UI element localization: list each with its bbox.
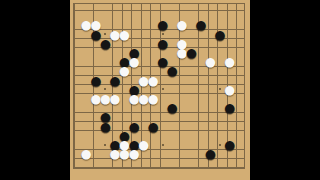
- board-cell[interactable]: [177, 57, 187, 66]
- board-cell[interactable]: [244, 76, 250, 85]
- board-cell[interactable]: ●: [129, 48, 139, 57]
- board-cell[interactable]: [206, 131, 216, 140]
- board-cell[interactable]: [187, 57, 197, 66]
- board-cell[interactable]: [120, 158, 130, 167]
- board-cell[interactable]: ●: [91, 20, 101, 29]
- board-cell[interactable]: [206, 20, 216, 29]
- board-cell[interactable]: [158, 11, 168, 20]
- board-cell[interactable]: ●: [129, 122, 139, 131]
- board-cell[interactable]: [234, 20, 244, 29]
- board-cell[interactable]: [187, 94, 197, 103]
- board-cell[interactable]: [148, 112, 158, 121]
- board-cell[interactable]: [234, 57, 244, 66]
- board-cell[interactable]: ●: [206, 149, 216, 158]
- board-cell[interactable]: [91, 66, 101, 75]
- board-cell[interactable]: [234, 158, 244, 167]
- board-cell[interactable]: [206, 122, 216, 131]
- board-cell[interactable]: [215, 149, 225, 158]
- board-cell[interactable]: ●: [225, 85, 235, 94]
- board-cell[interactable]: [72, 66, 82, 75]
- board-cell[interactable]: [101, 76, 111, 85]
- board-cell[interactable]: [110, 48, 120, 57]
- board-cell[interactable]: [148, 2, 158, 11]
- board-cell[interactable]: [72, 57, 82, 66]
- board-cell[interactable]: [234, 122, 244, 131]
- board-cell[interactable]: [168, 2, 178, 11]
- board-cell[interactable]: [82, 131, 92, 140]
- board-cell[interactable]: ●: [110, 94, 120, 103]
- board-cell[interactable]: [72, 94, 82, 103]
- board-cell[interactable]: [91, 57, 101, 66]
- board-cell[interactable]: [168, 11, 178, 20]
- board-cell[interactable]: [177, 112, 187, 121]
- board-cell[interactable]: [206, 39, 216, 48]
- board-cell[interactable]: [120, 48, 130, 57]
- board-cell[interactable]: [82, 103, 92, 112]
- board-cell[interactable]: [120, 11, 130, 20]
- board-cell[interactable]: [91, 11, 101, 20]
- board-cell[interactable]: [244, 158, 250, 167]
- board-cell[interactable]: [148, 30, 158, 39]
- board-cell[interactable]: [187, 20, 197, 29]
- board-cell[interactable]: [91, 48, 101, 57]
- board-cell[interactable]: ●: [177, 48, 187, 57]
- board-cell[interactable]: [196, 85, 206, 94]
- board-cell[interactable]: ●: [206, 57, 216, 66]
- board-cell[interactable]: [139, 2, 149, 11]
- board-cell[interactable]: [110, 39, 120, 48]
- board-cell[interactable]: [187, 11, 197, 20]
- board-cell[interactable]: [148, 131, 158, 140]
- board-cell[interactable]: [177, 66, 187, 75]
- board-cell[interactable]: [148, 48, 158, 57]
- board-cell[interactable]: [244, 131, 250, 140]
- board-cell[interactable]: [177, 140, 187, 149]
- board-cell[interactable]: [196, 158, 206, 167]
- board-cell[interactable]: [82, 39, 92, 48]
- board-cell[interactable]: [139, 131, 149, 140]
- board-cell[interactable]: [234, 168, 244, 177]
- board-cell[interactable]: [91, 85, 101, 94]
- board-cell[interactable]: [110, 66, 120, 75]
- board-cell[interactable]: ●: [101, 122, 111, 131]
- board-cell[interactable]: [187, 39, 197, 48]
- board-cell[interactable]: [225, 30, 235, 39]
- board-cell[interactable]: [148, 39, 158, 48]
- board-cell[interactable]: [225, 158, 235, 167]
- board-cell[interactable]: [72, 11, 82, 20]
- board-cell[interactable]: [91, 149, 101, 158]
- board-cell[interactable]: [110, 122, 120, 131]
- board-cell[interactable]: ●: [91, 30, 101, 39]
- board-cell[interactable]: [101, 11, 111, 20]
- board-cell[interactable]: [158, 66, 168, 75]
- board-cell[interactable]: [215, 66, 225, 75]
- board-cell[interactable]: [158, 2, 168, 11]
- board-cell[interactable]: [244, 103, 250, 112]
- board-cell[interactable]: [101, 140, 111, 149]
- board-cell[interactable]: [196, 149, 206, 158]
- board-cell[interactable]: [110, 112, 120, 121]
- board-cell[interactable]: [168, 168, 178, 177]
- board-cell[interactable]: [72, 85, 82, 94]
- board-cell[interactable]: [139, 103, 149, 112]
- board-cell[interactable]: [187, 30, 197, 39]
- board-cell[interactable]: [234, 48, 244, 57]
- board-cell[interactable]: [225, 76, 235, 85]
- board-cell[interactable]: [158, 48, 168, 57]
- board-cell[interactable]: [196, 112, 206, 121]
- board-cell[interactable]: [234, 30, 244, 39]
- board-cell[interactable]: [206, 11, 216, 20]
- board-cell[interactable]: [168, 57, 178, 66]
- board-cell[interactable]: [139, 57, 149, 66]
- board-cell[interactable]: [101, 66, 111, 75]
- board-cell[interactable]: [158, 131, 168, 140]
- board-cell[interactable]: [187, 122, 197, 131]
- board-cell[interactable]: [72, 103, 82, 112]
- board-cell[interactable]: [168, 149, 178, 158]
- board-cell[interactable]: [82, 158, 92, 167]
- board-cell[interactable]: [148, 11, 158, 20]
- board-cell[interactable]: [177, 85, 187, 94]
- board-cell[interactable]: [91, 158, 101, 167]
- board-cell[interactable]: ●: [120, 30, 130, 39]
- board-cell[interactable]: [196, 131, 206, 140]
- board-cell[interactable]: [187, 131, 197, 140]
- board-cell[interactable]: [139, 149, 149, 158]
- board-cell[interactable]: [139, 48, 149, 57]
- board-cell[interactable]: [129, 39, 139, 48]
- board-cell[interactable]: [110, 57, 120, 66]
- board-cell[interactable]: [244, 48, 250, 57]
- board-cell[interactable]: [168, 20, 178, 29]
- board-cell[interactable]: [196, 122, 206, 131]
- board-cell[interactable]: [215, 48, 225, 57]
- board-cell[interactable]: [139, 122, 149, 131]
- board-cell[interactable]: [206, 140, 216, 149]
- board-cell[interactable]: [91, 112, 101, 121]
- board-cell[interactable]: [234, 131, 244, 140]
- board-cell[interactable]: [244, 149, 250, 158]
- board-cell[interactable]: [129, 2, 139, 11]
- board-cell[interactable]: [110, 168, 120, 177]
- board-cell[interactable]: [206, 168, 216, 177]
- board-cell[interactable]: [244, 66, 250, 75]
- board-cell[interactable]: ●: [91, 94, 101, 103]
- board-cell[interactable]: ●: [120, 131, 130, 140]
- board-cell[interactable]: [139, 30, 149, 39]
- board-cell[interactable]: [148, 168, 158, 177]
- board-cell[interactable]: ●: [82, 20, 92, 29]
- board-cell[interactable]: [196, 11, 206, 20]
- board-cell[interactable]: [101, 48, 111, 57]
- board-cell[interactable]: [187, 66, 197, 75]
- board-cell[interactable]: [82, 122, 92, 131]
- board-cell[interactable]: [110, 20, 120, 29]
- board-cell[interactable]: [91, 131, 101, 140]
- board-cell[interactable]: [101, 2, 111, 11]
- board-cell[interactable]: [101, 103, 111, 112]
- board-cell[interactable]: [168, 112, 178, 121]
- board-cell[interactable]: [82, 168, 92, 177]
- board-cell[interactable]: [196, 103, 206, 112]
- board-cell[interactable]: ●: [129, 57, 139, 66]
- board-cell[interactable]: [148, 140, 158, 149]
- board-cell[interactable]: [168, 76, 178, 85]
- board-cell[interactable]: [177, 122, 187, 131]
- board-cell[interactable]: [206, 76, 216, 85]
- board-cell[interactable]: [148, 103, 158, 112]
- board-cell[interactable]: [196, 30, 206, 39]
- board-cell[interactable]: [82, 140, 92, 149]
- board-cell[interactable]: [244, 11, 250, 20]
- board-cell[interactable]: ●: [129, 149, 139, 158]
- board-cell[interactable]: ●: [139, 76, 149, 85]
- board-cell[interactable]: [91, 122, 101, 131]
- board-cell[interactable]: ●: [225, 140, 235, 149]
- board-cell[interactable]: [72, 140, 82, 149]
- board-cell[interactable]: [120, 122, 130, 131]
- board-cell[interactable]: [110, 131, 120, 140]
- board-cell[interactable]: [129, 11, 139, 20]
- board-cell[interactable]: [206, 2, 216, 11]
- board-cell[interactable]: ●: [120, 149, 130, 158]
- board-cell[interactable]: [244, 20, 250, 29]
- board-cell[interactable]: [177, 94, 187, 103]
- board-cell[interactable]: [158, 168, 168, 177]
- board-cell[interactable]: [120, 20, 130, 29]
- board-cell[interactable]: [168, 158, 178, 167]
- board-cell[interactable]: [206, 94, 216, 103]
- board-cell[interactable]: [168, 140, 178, 149]
- board-cell[interactable]: [129, 20, 139, 29]
- board-cell[interactable]: ●: [120, 66, 130, 75]
- board-cell[interactable]: [82, 30, 92, 39]
- board-cell[interactable]: [72, 39, 82, 48]
- board-cell[interactable]: [234, 39, 244, 48]
- board-cell[interactable]: [158, 103, 168, 112]
- board-cell[interactable]: [139, 66, 149, 75]
- board-cell[interactable]: [215, 140, 225, 149]
- board-cell[interactable]: ●: [110, 30, 120, 39]
- board-cell[interactable]: [139, 158, 149, 167]
- board-cell[interactable]: [120, 39, 130, 48]
- board-cell[interactable]: [225, 149, 235, 158]
- board-cell[interactable]: [244, 168, 250, 177]
- board-cell[interactable]: [91, 2, 101, 11]
- board-cell[interactable]: [196, 57, 206, 66]
- board-cell[interactable]: [101, 131, 111, 140]
- board-cell[interactable]: [91, 103, 101, 112]
- board-cell[interactable]: ●: [110, 140, 120, 149]
- board-cell[interactable]: [168, 85, 178, 94]
- board-cell[interactable]: [82, 94, 92, 103]
- board-cell[interactable]: [82, 85, 92, 94]
- board-cell[interactable]: [177, 2, 187, 11]
- board-cell[interactable]: [168, 48, 178, 57]
- board-cell[interactable]: [120, 85, 130, 94]
- board-cell[interactable]: [72, 76, 82, 85]
- board-cell[interactable]: ●: [215, 30, 225, 39]
- board-cell[interactable]: [244, 2, 250, 11]
- board-cell[interactable]: [234, 140, 244, 149]
- board-cell[interactable]: [72, 20, 82, 29]
- board-cell[interactable]: [225, 48, 235, 57]
- board-cell[interactable]: [215, 131, 225, 140]
- board-cell[interactable]: [158, 85, 168, 94]
- board-cell[interactable]: [110, 11, 120, 20]
- board-cell[interactable]: [120, 94, 130, 103]
- board-cell[interactable]: [72, 149, 82, 158]
- board-cell[interactable]: [234, 66, 244, 75]
- board-cell[interactable]: [72, 131, 82, 140]
- board-cell[interactable]: [244, 112, 250, 121]
- board-cell[interactable]: ●: [148, 122, 158, 131]
- board-cell[interactable]: [158, 158, 168, 167]
- board-cell[interactable]: [72, 122, 82, 131]
- board-cell[interactable]: [225, 112, 235, 121]
- board-cell[interactable]: [215, 158, 225, 167]
- board-cell[interactable]: ●: [110, 76, 120, 85]
- board-cell[interactable]: ●: [158, 39, 168, 48]
- board-cell[interactable]: [206, 66, 216, 75]
- board-cell[interactable]: [129, 30, 139, 39]
- board-cell[interactable]: [225, 20, 235, 29]
- board-cell[interactable]: [168, 131, 178, 140]
- board-cell[interactable]: [101, 57, 111, 66]
- board-cell[interactable]: [101, 30, 111, 39]
- board-cell[interactable]: [120, 103, 130, 112]
- board-cell[interactable]: [225, 131, 235, 140]
- board-cell[interactable]: [148, 57, 158, 66]
- board-cell[interactable]: ●: [158, 57, 168, 66]
- board-cell[interactable]: [158, 112, 168, 121]
- board-cell[interactable]: [158, 94, 168, 103]
- board-cell[interactable]: ●: [101, 39, 111, 48]
- board-cell[interactable]: ●: [168, 103, 178, 112]
- board-cell[interactable]: [177, 11, 187, 20]
- board-cell[interactable]: [244, 140, 250, 149]
- board-cell[interactable]: [215, 168, 225, 177]
- board-cell[interactable]: [244, 39, 250, 48]
- board-cell[interactable]: [120, 112, 130, 121]
- board-cell[interactable]: [196, 94, 206, 103]
- board-cell[interactable]: ●: [101, 94, 111, 103]
- board-cell[interactable]: [72, 168, 82, 177]
- board-cell[interactable]: [72, 112, 82, 121]
- board-cell[interactable]: ●: [148, 94, 158, 103]
- board-cell[interactable]: [177, 30, 187, 39]
- board-cell[interactable]: [129, 112, 139, 121]
- board-cell[interactable]: [244, 85, 250, 94]
- board-cell[interactable]: [225, 94, 235, 103]
- board-cell[interactable]: [196, 66, 206, 75]
- board-cell[interactable]: ●: [139, 94, 149, 103]
- board-cell[interactable]: ●: [129, 140, 139, 149]
- board-cell[interactable]: [234, 94, 244, 103]
- board-cell[interactable]: [129, 76, 139, 85]
- board-cell[interactable]: [225, 39, 235, 48]
- board-cell[interactable]: [187, 158, 197, 167]
- board-cell[interactable]: ●: [120, 57, 130, 66]
- board-cell[interactable]: [187, 76, 197, 85]
- board-cell[interactable]: [234, 2, 244, 11]
- board-cell[interactable]: ●: [91, 76, 101, 85]
- board-cell[interactable]: [148, 158, 158, 167]
- board-cell[interactable]: [91, 140, 101, 149]
- board-cell[interactable]: [244, 30, 250, 39]
- board-cell[interactable]: [72, 158, 82, 167]
- board-cell[interactable]: [120, 168, 130, 177]
- board-cell[interactable]: [215, 94, 225, 103]
- board-cell[interactable]: [139, 168, 149, 177]
- board-cell[interactable]: [101, 158, 111, 167]
- board-cell[interactable]: [82, 66, 92, 75]
- board-cell[interactable]: ●: [177, 39, 187, 48]
- board-cell[interactable]: [215, 57, 225, 66]
- board-cell[interactable]: ●: [129, 85, 139, 94]
- board-cell[interactable]: [215, 112, 225, 121]
- board-cell[interactable]: [234, 85, 244, 94]
- board-cell[interactable]: ●: [110, 149, 120, 158]
- board-cell[interactable]: [206, 103, 216, 112]
- board-cell[interactable]: [187, 168, 197, 177]
- board-cell[interactable]: [110, 2, 120, 11]
- board-cell[interactable]: [158, 140, 168, 149]
- board-cell[interactable]: ●: [148, 76, 158, 85]
- board-cell[interactable]: ●: [187, 48, 197, 57]
- board-cell[interactable]: [225, 66, 235, 75]
- board-cell[interactable]: [148, 66, 158, 75]
- board-cell[interactable]: [139, 39, 149, 48]
- board-cell[interactable]: [187, 140, 197, 149]
- board-cell[interactable]: [139, 112, 149, 121]
- board-cell[interactable]: [225, 122, 235, 131]
- board-cell[interactable]: ●: [129, 94, 139, 103]
- board-cell[interactable]: [158, 76, 168, 85]
- board-cell[interactable]: [120, 76, 130, 85]
- board-cell[interactable]: [206, 112, 216, 121]
- board-cell[interactable]: [177, 149, 187, 158]
- board-cell[interactable]: [234, 103, 244, 112]
- board-cell[interactable]: [187, 112, 197, 121]
- board-cell[interactable]: [148, 20, 158, 29]
- board-cell[interactable]: [225, 168, 235, 177]
- board-cell[interactable]: ●: [101, 112, 111, 121]
- board-cell[interactable]: [91, 39, 101, 48]
- board-cell[interactable]: [177, 103, 187, 112]
- board-cell[interactable]: ●: [139, 140, 149, 149]
- board-cell[interactable]: [158, 30, 168, 39]
- board-cell[interactable]: [225, 2, 235, 11]
- board-cell[interactable]: [187, 2, 197, 11]
- board-cell[interactable]: [168, 122, 178, 131]
- board-cell[interactable]: [168, 94, 178, 103]
- board-cell[interactable]: [82, 2, 92, 11]
- board-cell[interactable]: [187, 85, 197, 94]
- board-cell[interactable]: [129, 158, 139, 167]
- board-cell[interactable]: [129, 103, 139, 112]
- board-cell[interactable]: [72, 48, 82, 57]
- board-cell[interactable]: [82, 48, 92, 57]
- board-cell[interactable]: [129, 131, 139, 140]
- board-cell[interactable]: [177, 76, 187, 85]
- board-cell[interactable]: [196, 2, 206, 11]
- board-cell[interactable]: [244, 122, 250, 131]
- board-cell[interactable]: ●: [177, 20, 187, 29]
- board-cell[interactable]: [120, 2, 130, 11]
